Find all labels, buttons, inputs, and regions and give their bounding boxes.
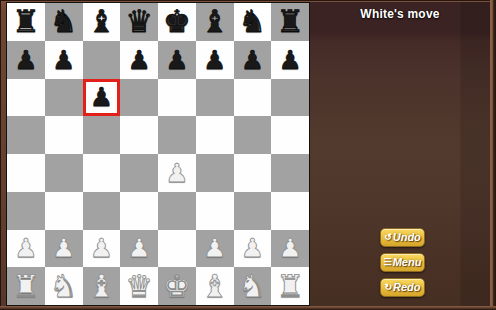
undo-button[interactable]: ↺ Undo [380,228,425,247]
black-pawn[interactable]: ♟ [241,47,264,73]
square-f8[interactable]: ♝ [196,3,234,41]
square-c6[interactable]: ♟ [83,79,121,117]
square-d4[interactable] [120,154,158,192]
square-h8[interactable]: ♜ [271,3,309,41]
square-d2[interactable]: ♟ [120,230,158,268]
square-a7[interactable]: ♟ [7,41,45,79]
white-queen[interactable]: ♛ [125,271,153,302]
square-f4[interactable] [196,154,234,192]
right-panel: White's move ↺ Undo ☰ Menu ↻ Redo [310,2,490,306]
black-bishop[interactable]: ♝ [87,6,115,37]
square-c2[interactable]: ♟ [83,230,121,268]
square-e7[interactable]: ♟ [158,41,196,79]
white-knight[interactable]: ♞ [50,271,78,302]
white-bishop[interactable]: ♝ [201,271,229,302]
black-bishop[interactable]: ♝ [201,6,229,37]
square-h6[interactable] [271,79,309,117]
white-knight[interactable]: ♞ [238,271,266,302]
square-g6[interactable] [234,79,272,117]
white-pawn[interactable]: ♟ [278,235,301,261]
square-a1[interactable]: ♜ [7,267,45,305]
square-g8[interactable]: ♞ [234,3,272,41]
square-b5[interactable] [45,116,83,154]
square-c1[interactable]: ♝ [83,267,121,305]
square-b3[interactable] [45,192,83,230]
white-pawn[interactable]: ♟ [14,235,37,261]
white-pawn[interactable]: ♟ [52,235,75,261]
square-e3[interactable] [158,192,196,230]
square-e6[interactable] [158,79,196,117]
square-h5[interactable] [271,116,309,154]
square-f2[interactable]: ♟ [196,230,234,268]
white-pawn[interactable]: ♟ [203,235,226,261]
chess-board[interactable]: ♜♞♝♛♚♝♞♜♟♟♟♟♟♟♟♟♟♟♟♟♟♟♟♟♜♞♝♛♚♝♞♜ [6,2,310,306]
black-pawn[interactable]: ♟ [90,84,113,110]
black-pawn[interactable]: ♟ [165,47,188,73]
square-h1[interactable]: ♜ [271,267,309,305]
square-h3[interactable] [271,192,309,230]
square-a8[interactable]: ♜ [7,3,45,41]
white-pawn[interactable]: ♟ [241,235,264,261]
square-c4[interactable] [83,154,121,192]
square-b4[interactable] [45,154,83,192]
black-king[interactable]: ♚ [163,6,191,37]
square-e4[interactable]: ♟ [158,154,196,192]
square-b2[interactable]: ♟ [45,230,83,268]
square-a6[interactable] [7,79,45,117]
white-pawn[interactable]: ♟ [165,160,188,186]
white-pawn[interactable]: ♟ [127,235,150,261]
square-e8[interactable]: ♚ [158,3,196,41]
square-b8[interactable]: ♞ [45,3,83,41]
wood-frame-bottom [0,306,496,310]
black-rook[interactable]: ♜ [12,6,40,37]
black-pawn[interactable]: ♟ [127,47,150,73]
square-f5[interactable] [196,116,234,154]
square-c5[interactable] [83,116,121,154]
redo-button[interactable]: ↻ Redo [380,278,425,297]
square-e1[interactable]: ♚ [158,267,196,305]
square-h7[interactable]: ♟ [271,41,309,79]
square-c7[interactable] [83,41,121,79]
square-a3[interactable] [7,192,45,230]
square-a5[interactable] [7,116,45,154]
square-h2[interactable]: ♟ [271,230,309,268]
undo-icon: ↺ [384,233,392,242]
square-g3[interactable] [234,192,272,230]
square-d6[interactable] [120,79,158,117]
menu-icon: ☰ [384,258,392,267]
menu-button-label: Menu [393,257,422,268]
app-window: ♜♞♝♛♚♝♞♜♟♟♟♟♟♟♟♟♟♟♟♟♟♟♟♟♜♞♝♛♚♝♞♜ White's… [0,0,496,310]
square-d7[interactable]: ♟ [120,41,158,79]
menu-button[interactable]: ☰ Menu [380,253,425,272]
square-f1[interactable]: ♝ [196,267,234,305]
white-bishop[interactable]: ♝ [87,271,115,302]
square-f6[interactable] [196,79,234,117]
square-c8[interactable]: ♝ [83,3,121,41]
wood-frame-right [490,0,496,310]
square-g7[interactable]: ♟ [234,41,272,79]
square-a2[interactable]: ♟ [7,230,45,268]
black-pawn[interactable]: ♟ [203,47,226,73]
redo-button-label: Redo [393,282,421,293]
square-d1[interactable]: ♛ [120,267,158,305]
square-e2[interactable] [158,230,196,268]
square-a4[interactable] [7,154,45,192]
square-d5[interactable] [120,116,158,154]
square-h4[interactable] [271,154,309,192]
control-buttons: ↺ Undo ☰ Menu ↻ Redo [380,228,425,297]
square-b6[interactable] [45,79,83,117]
black-rook[interactable]: ♜ [276,6,304,37]
square-b7[interactable]: ♟ [45,41,83,79]
turn-status: White's move [310,7,490,21]
square-g2[interactable]: ♟ [234,230,272,268]
black-knight[interactable]: ♞ [50,6,78,37]
square-g4[interactable] [234,154,272,192]
square-f7[interactable]: ♟ [196,41,234,79]
black-pawn[interactable]: ♟ [278,47,301,73]
black-pawn[interactable]: ♟ [52,47,75,73]
white-pawn[interactable]: ♟ [90,235,113,261]
white-rook[interactable]: ♜ [276,271,304,302]
white-king[interactable]: ♚ [163,271,191,302]
square-g1[interactable]: ♞ [234,267,272,305]
undo-button-label: Undo [393,232,421,243]
black-pawn[interactable]: ♟ [14,47,37,73]
white-rook[interactable]: ♜ [12,271,40,302]
redo-icon: ↻ [384,283,392,292]
square-d3[interactable] [120,192,158,230]
square-e5[interactable] [158,116,196,154]
square-d8[interactable]: ♛ [120,3,158,41]
black-queen[interactable]: ♛ [125,6,153,37]
square-c3[interactable] [83,192,121,230]
square-g5[interactable] [234,116,272,154]
black-knight[interactable]: ♞ [238,6,266,37]
square-b1[interactable]: ♞ [45,267,83,305]
square-f3[interactable] [196,192,234,230]
